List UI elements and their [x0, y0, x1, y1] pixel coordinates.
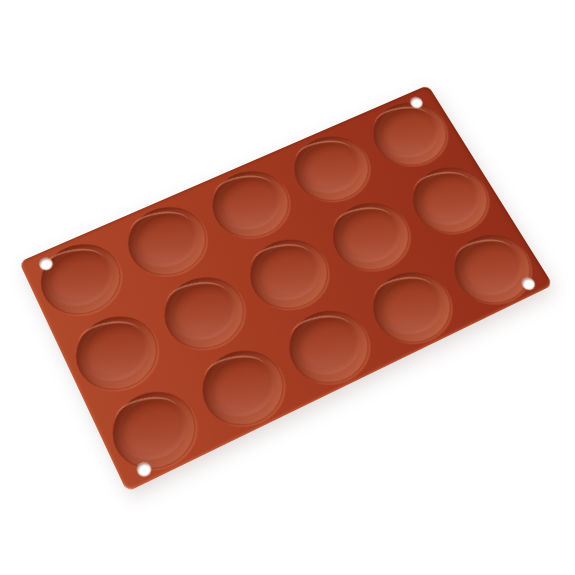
mold-cavity [29, 232, 133, 327]
cavity-grid [19, 85, 428, 262]
mold-cavity [360, 92, 459, 176]
silicone-mold [19, 85, 553, 492]
mold-shadow-wrapper [0, 0, 575, 575]
product-photo-background [0, 0, 575, 575]
mold-cavity [276, 298, 382, 396]
mold-cavity [400, 156, 501, 244]
mold-cavity [320, 191, 422, 282]
mold-cavity [151, 265, 256, 361]
mold-cavity [440, 223, 543, 315]
mold-cavity [281, 125, 381, 212]
mold-cavity [116, 195, 218, 287]
mold-cavity [63, 304, 169, 403]
mold-cavity [200, 160, 301, 249]
mold-cavity [359, 260, 464, 355]
mold-cavity [237, 228, 340, 321]
mold-cavity [189, 338, 296, 439]
mold-cavity [99, 379, 208, 483]
